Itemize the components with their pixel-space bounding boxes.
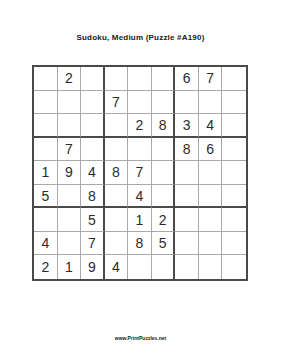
cell-r4c6[interactable] bbox=[152, 138, 176, 162]
cell-r7c2[interactable] bbox=[58, 208, 82, 232]
cell-r1c5[interactable] bbox=[128, 67, 152, 91]
cell-r3c7: 3 bbox=[175, 114, 199, 138]
cell-r2c4: 7 bbox=[105, 91, 129, 115]
cell-r7c5: 1 bbox=[128, 208, 152, 232]
cell-r1c8: 7 bbox=[199, 67, 223, 91]
cell-r2c2[interactable] bbox=[58, 91, 82, 115]
cell-r8c2[interactable] bbox=[58, 232, 82, 256]
cell-r7c3: 5 bbox=[81, 208, 105, 232]
cell-r3c4[interactable] bbox=[105, 114, 129, 138]
cell-r4c1[interactable] bbox=[34, 138, 58, 162]
cell-r7c9[interactable] bbox=[222, 208, 246, 232]
cell-r8c7[interactable] bbox=[175, 232, 199, 256]
cell-r8c5: 8 bbox=[128, 232, 152, 256]
cell-r2c8[interactable] bbox=[199, 91, 223, 115]
cell-r3c5: 2 bbox=[128, 114, 152, 138]
cell-r1c4[interactable] bbox=[105, 67, 129, 91]
cell-r3c1[interactable] bbox=[34, 114, 58, 138]
cell-r1c9[interactable] bbox=[222, 67, 246, 91]
cell-r1c2: 2 bbox=[58, 67, 82, 91]
cell-r9c3: 9 bbox=[81, 255, 105, 279]
cell-r1c6[interactable] bbox=[152, 67, 176, 91]
cell-r5c3: 4 bbox=[81, 161, 105, 185]
puzzle-page: Sudoku, Medium (Puzzle #A190) 2677283478… bbox=[0, 0, 281, 363]
cell-r9c8[interactable] bbox=[199, 255, 223, 279]
cell-r3c3[interactable] bbox=[81, 114, 105, 138]
cell-r2c9[interactable] bbox=[222, 91, 246, 115]
cell-r4c7: 8 bbox=[175, 138, 199, 162]
cell-r8c9[interactable] bbox=[222, 232, 246, 256]
cell-r6c9[interactable] bbox=[222, 185, 246, 209]
cell-r3c6: 8 bbox=[152, 114, 176, 138]
cell-r7c4[interactable] bbox=[105, 208, 129, 232]
cell-r7c1[interactable] bbox=[34, 208, 58, 232]
cell-r6c6[interactable] bbox=[152, 185, 176, 209]
cell-r6c8[interactable] bbox=[199, 185, 223, 209]
cell-r4c2: 7 bbox=[58, 138, 82, 162]
cell-r9c7[interactable] bbox=[175, 255, 199, 279]
cell-r4c9[interactable] bbox=[222, 138, 246, 162]
cell-r3c9[interactable] bbox=[222, 114, 246, 138]
cell-r4c3[interactable] bbox=[81, 138, 105, 162]
cell-r2c7[interactable] bbox=[175, 91, 199, 115]
cell-r2c1[interactable] bbox=[34, 91, 58, 115]
cell-r4c4[interactable] bbox=[105, 138, 129, 162]
cell-r5c8[interactable] bbox=[199, 161, 223, 185]
cell-r5c1: 1 bbox=[34, 161, 58, 185]
cell-r9c6[interactable] bbox=[152, 255, 176, 279]
cell-r6c5: 4 bbox=[128, 185, 152, 209]
cell-r8c6: 5 bbox=[152, 232, 176, 256]
cell-r4c8: 6 bbox=[199, 138, 223, 162]
cell-r1c7: 6 bbox=[175, 67, 199, 91]
footer-url: www.PrintPuzzles.net bbox=[0, 335, 281, 341]
cell-r9c5[interactable] bbox=[128, 255, 152, 279]
puzzle-title: Sudoku, Medium (Puzzle #A190) bbox=[0, 33, 281, 42]
sudoku-grid: 267728347861948758451247852194 bbox=[32, 65, 248, 281]
cell-r7c7[interactable] bbox=[175, 208, 199, 232]
cell-r8c1: 4 bbox=[34, 232, 58, 256]
cell-r7c6: 2 bbox=[152, 208, 176, 232]
cell-r6c3: 8 bbox=[81, 185, 105, 209]
cell-r5c7[interactable] bbox=[175, 161, 199, 185]
cell-r8c3: 7 bbox=[81, 232, 105, 256]
cell-r5c5: 7 bbox=[128, 161, 152, 185]
cell-r9c1: 2 bbox=[34, 255, 58, 279]
cell-r2c3[interactable] bbox=[81, 91, 105, 115]
cell-r7c8[interactable] bbox=[199, 208, 223, 232]
cell-r4c5[interactable] bbox=[128, 138, 152, 162]
cell-r6c2[interactable] bbox=[58, 185, 82, 209]
cell-r3c2[interactable] bbox=[58, 114, 82, 138]
cell-r9c4: 4 bbox=[105, 255, 129, 279]
cell-r8c4[interactable] bbox=[105, 232, 129, 256]
cell-r2c6[interactable] bbox=[152, 91, 176, 115]
cell-r1c1[interactable] bbox=[34, 67, 58, 91]
cell-r2c5[interactable] bbox=[128, 91, 152, 115]
cell-r5c2: 9 bbox=[58, 161, 82, 185]
cell-r3c8: 4 bbox=[199, 114, 223, 138]
cell-r9c9[interactable] bbox=[222, 255, 246, 279]
cell-r5c4: 8 bbox=[105, 161, 129, 185]
cell-r5c6[interactable] bbox=[152, 161, 176, 185]
cell-r6c7[interactable] bbox=[175, 185, 199, 209]
cell-r1c3[interactable] bbox=[81, 67, 105, 91]
cell-r5c9[interactable] bbox=[222, 161, 246, 185]
cell-r8c8[interactable] bbox=[199, 232, 223, 256]
cell-r6c4[interactable] bbox=[105, 185, 129, 209]
cell-r6c1: 5 bbox=[34, 185, 58, 209]
cell-r9c2: 1 bbox=[58, 255, 82, 279]
